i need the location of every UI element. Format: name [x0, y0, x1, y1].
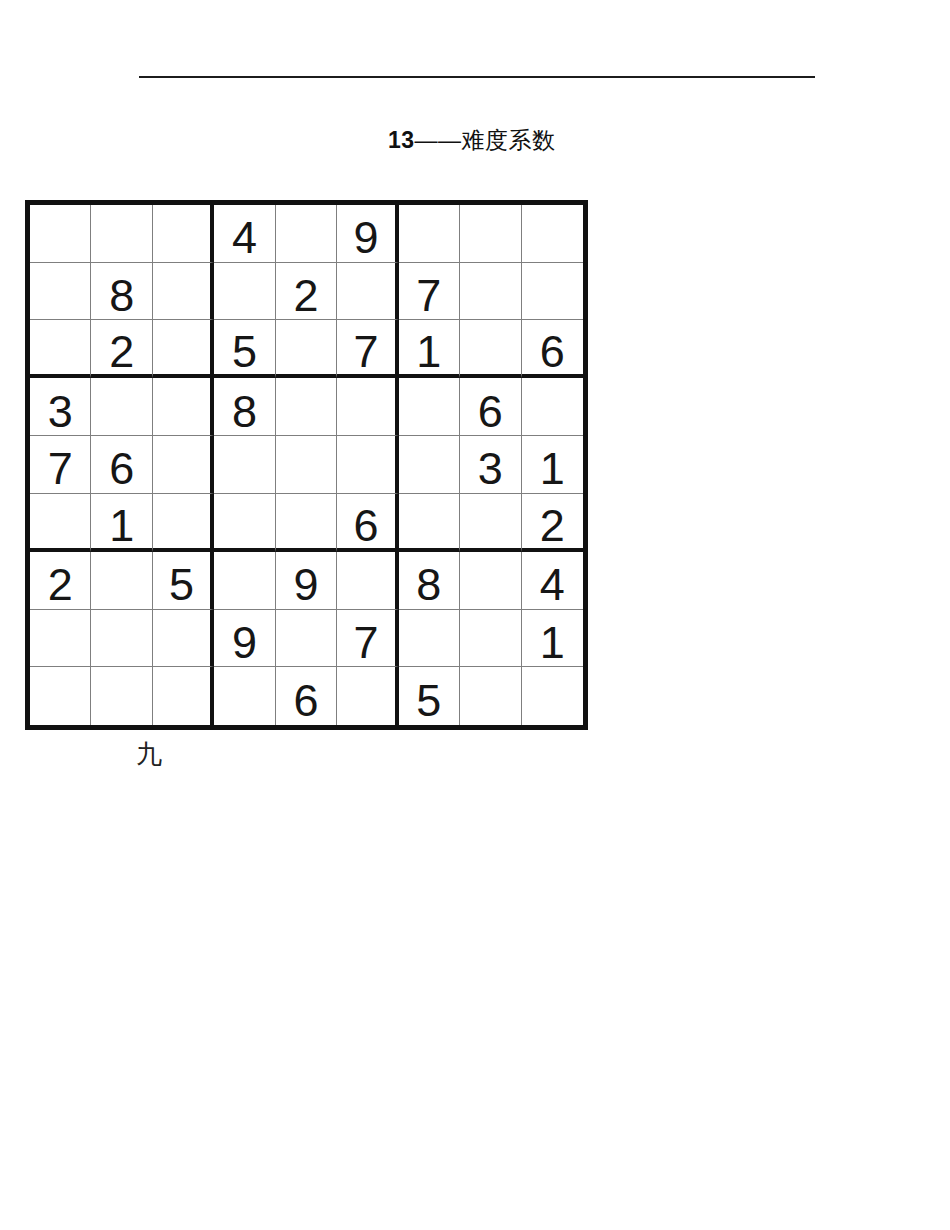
sudoku-cell-r7c8 [460, 552, 521, 610]
sudoku-cell-r6c9: 2 [522, 494, 583, 552]
sudoku-cell-r7c2 [91, 552, 152, 610]
sudoku-cell-r8c1 [30, 610, 91, 668]
sudoku-cell-r4c5 [276, 378, 337, 436]
sudoku-cell-r3c5 [276, 320, 337, 378]
sudoku-cell-r9c1 [30, 667, 91, 725]
sudoku-cell-r1c2 [91, 205, 152, 263]
sudoku-cell-r1c1 [30, 205, 91, 263]
sudoku-cell-r9c4 [214, 667, 275, 725]
sudoku-cell-r3c7: 1 [399, 320, 460, 378]
sudoku-cell-r1c3 [153, 205, 214, 263]
sudoku-cell-r7c9: 4 [522, 552, 583, 610]
sudoku-cell-r7c3: 5 [153, 552, 214, 610]
sudoku-cell-r4c7 [399, 378, 460, 436]
sudoku-cell-r5c7 [399, 436, 460, 494]
sudoku-cell-r3c6: 7 [337, 320, 398, 378]
sudoku-cell-r2c7: 7 [399, 263, 460, 321]
sudoku-cell-r4c1: 3 [30, 378, 91, 436]
sudoku-cell-r1c8 [460, 205, 521, 263]
sudoku-cell-r1c4: 4 [214, 205, 275, 263]
sudoku-cell-r4c2 [91, 378, 152, 436]
sudoku-cell-r2c6 [337, 263, 398, 321]
sudoku-cell-r2c4 [214, 263, 275, 321]
sudoku-cell-r8c5 [276, 610, 337, 668]
sudoku-cell-r2c1 [30, 263, 91, 321]
sudoku-cell-r2c3 [153, 263, 214, 321]
sudoku-cell-r8c8 [460, 610, 521, 668]
sudoku-cell-r5c5 [276, 436, 337, 494]
sudoku-cell-r2c9 [522, 263, 583, 321]
sudoku-cell-r6c3 [153, 494, 214, 552]
puzzle-title-text: ——难度系数 [415, 127, 556, 153]
sudoku-cell-r8c9: 1 [522, 610, 583, 668]
sudoku-cell-r6c7 [399, 494, 460, 552]
sudoku-cell-r8c6: 7 [337, 610, 398, 668]
sudoku-cell-r6c8 [460, 494, 521, 552]
sudoku-cell-r9c9 [522, 667, 583, 725]
sudoku-cell-r9c8 [460, 667, 521, 725]
sudoku-cell-r9c2 [91, 667, 152, 725]
sudoku-cell-r6c5 [276, 494, 337, 552]
sudoku-cell-r2c5: 2 [276, 263, 337, 321]
sudoku-cell-r1c9 [522, 205, 583, 263]
sudoku-cell-r5c8: 3 [460, 436, 521, 494]
sudoku-cell-r9c6 [337, 667, 398, 725]
sudoku-cell-r6c1 [30, 494, 91, 552]
puzzle-title: 13——难度系数 [388, 127, 556, 153]
sudoku-cell-r9c7: 5 [399, 667, 460, 725]
sudoku-cell-r3c2: 2 [91, 320, 152, 378]
sudoku-cell-r5c1: 7 [30, 436, 91, 494]
sudoku-cell-r4c3 [153, 378, 214, 436]
sudoku-cell-r7c7: 8 [399, 552, 460, 610]
sudoku-cell-r7c4 [214, 552, 275, 610]
header-rule [139, 76, 815, 78]
sudoku-cell-r8c4: 9 [214, 610, 275, 668]
sudoku-cell-r4c6 [337, 378, 398, 436]
puzzle-number: 13 [388, 127, 415, 153]
sudoku-grid: 498272571638676311622598497165 [25, 200, 588, 730]
sudoku-cell-r2c2: 8 [91, 263, 152, 321]
sudoku-cell-r2c8 [460, 263, 521, 321]
sudoku-cell-r6c4 [214, 494, 275, 552]
sudoku-cell-r5c3 [153, 436, 214, 494]
sudoku-cell-r8c3 [153, 610, 214, 668]
sudoku-cell-r4c9 [522, 378, 583, 436]
sudoku-cell-r9c5: 6 [276, 667, 337, 725]
sudoku-cell-r4c4: 8 [214, 378, 275, 436]
sudoku-cell-r5c2: 6 [91, 436, 152, 494]
sudoku-cell-r6c6: 6 [337, 494, 398, 552]
sudoku-cell-r8c7 [399, 610, 460, 668]
sudoku-cell-r3c1 [30, 320, 91, 378]
document-page: 13——难度系数 498272571638676311622598497165 … [0, 0, 950, 1230]
sudoku-cell-r5c6 [337, 436, 398, 494]
sudoku-cell-r1c5 [276, 205, 337, 263]
sudoku-cell-r5c4 [214, 436, 275, 494]
sudoku-cell-r3c3 [153, 320, 214, 378]
sudoku-cell-r1c6: 9 [337, 205, 398, 263]
sudoku-cell-r4c8: 6 [460, 378, 521, 436]
sudoku-cell-r7c5: 9 [276, 552, 337, 610]
sudoku-cell-r7c6 [337, 552, 398, 610]
sudoku-cell-r3c9: 6 [522, 320, 583, 378]
sudoku-cell-r8c2 [91, 610, 152, 668]
sudoku-cell-r1c7 [399, 205, 460, 263]
sudoku-cell-r5c9: 1 [522, 436, 583, 494]
sudoku-cell-r3c4: 5 [214, 320, 275, 378]
sudoku-cell-r6c2: 1 [91, 494, 152, 552]
sudoku-cell-r9c3 [153, 667, 214, 725]
footer-label: 九 [136, 740, 162, 768]
sudoku-cell-r7c1: 2 [30, 552, 91, 610]
sudoku-cell-r3c8 [460, 320, 521, 378]
